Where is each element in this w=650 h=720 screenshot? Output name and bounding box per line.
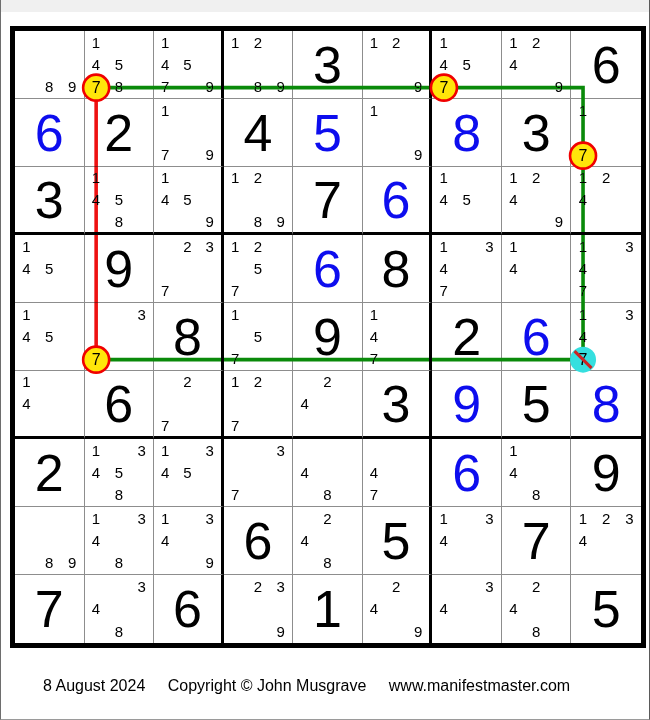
cell-r7c3[interactable]: 1345 xyxy=(154,439,224,507)
candidate-4: 4 xyxy=(85,529,108,551)
cell-r5c9[interactable]: 1347 xyxy=(571,303,641,371)
candidate-4: 4 xyxy=(293,393,316,415)
given-digit: 2 xyxy=(35,447,64,499)
candidate-1: 1 xyxy=(432,167,455,189)
candidate-5: 5 xyxy=(176,53,198,75)
given-digit: 4 xyxy=(243,107,272,159)
pencil-marks: 47 xyxy=(363,439,430,506)
given-digit: 6 xyxy=(243,515,272,567)
given-digit: 3 xyxy=(313,39,342,91)
candidate-2: 2 xyxy=(385,575,407,598)
pencil-marks: 14 xyxy=(502,235,571,302)
candidate-7: 7 xyxy=(85,348,108,370)
candidate-3: 3 xyxy=(130,575,153,598)
cell-r1c1[interactable]: 89 xyxy=(15,31,85,99)
cell-r4c5[interactable]: 6 xyxy=(293,235,363,303)
candidate-2: 2 xyxy=(247,575,270,598)
solved-digit: 6 xyxy=(382,174,411,226)
pencil-marks: 14578 xyxy=(85,31,154,98)
candidate-5: 5 xyxy=(107,461,130,483)
pencil-marks: 1459 xyxy=(154,167,221,232)
cell-r4c2[interactable]: 9 xyxy=(85,235,155,303)
solved-digit: 8 xyxy=(592,378,621,430)
cell-r3c1[interactable]: 3 xyxy=(15,167,85,235)
candidate-5: 5 xyxy=(247,325,270,347)
candidate-8: 8 xyxy=(38,552,61,574)
cell-r9c1[interactable]: 7 xyxy=(15,575,85,643)
candidate-4: 4 xyxy=(85,53,108,75)
pencil-marks: 24 xyxy=(293,371,362,436)
given-digit: 6 xyxy=(104,378,133,430)
pencil-marks: 89 xyxy=(15,507,84,574)
candidate-9: 9 xyxy=(198,76,220,98)
cell-r5c5[interactable]: 9 xyxy=(293,303,363,371)
candidate-5: 5 xyxy=(107,189,130,211)
candidate-9: 9 xyxy=(407,144,429,166)
pencil-marks: 37 xyxy=(224,439,293,506)
candidate-1: 1 xyxy=(154,507,176,529)
candidate-2: 2 xyxy=(247,371,270,393)
cell-r1c5[interactable]: 3 xyxy=(293,31,363,99)
candidate-7: 7 xyxy=(571,348,594,370)
candidate-4: 4 xyxy=(502,461,525,483)
candidate-4: 4 xyxy=(432,257,455,279)
candidate-1: 1 xyxy=(154,31,176,53)
candidate-8: 8 xyxy=(107,620,130,643)
given-digit: 7 xyxy=(35,583,64,635)
cell-r2c9[interactable]: 17 xyxy=(571,99,641,167)
cell-r5c2[interactable]: 37 xyxy=(85,303,155,371)
cell-r6c6[interactable]: 3 xyxy=(363,371,433,439)
candidate-4: 4 xyxy=(293,529,316,551)
given-digit: 3 xyxy=(35,174,64,226)
cell-r7c5[interactable]: 48 xyxy=(293,439,363,507)
pencil-marks: 1289 xyxy=(224,31,293,98)
solved-digit: 8 xyxy=(452,107,481,159)
cell-r4c3[interactable]: 237 xyxy=(154,235,224,303)
candidate-4: 4 xyxy=(85,461,108,483)
pencil-marks: 134 xyxy=(432,507,501,574)
pencil-marks: 1289 xyxy=(224,167,293,232)
candidate-2: 2 xyxy=(525,31,548,53)
candidate-4: 4 xyxy=(432,189,455,211)
pencil-marks: 148 xyxy=(502,439,571,506)
cell-r6c3[interactable]: 27 xyxy=(154,371,224,439)
candidate-4: 4 xyxy=(85,598,108,621)
candidate-3: 3 xyxy=(618,303,641,325)
given-digit: 5 xyxy=(382,515,411,567)
pencil-marks: 1458 xyxy=(85,167,154,232)
candidate-9: 9 xyxy=(269,210,292,232)
candidate-1: 1 xyxy=(502,167,525,189)
candidate-1: 1 xyxy=(571,235,594,257)
cell-r8c7[interactable]: 134 xyxy=(432,507,502,575)
cell-r8c1[interactable]: 89 xyxy=(15,507,85,575)
sudoku-grid: 8914578145791289312914571249662179451983… xyxy=(10,26,646,648)
candidate-9: 9 xyxy=(198,144,220,166)
candidate-2: 2 xyxy=(595,167,618,189)
candidate-1: 1 xyxy=(363,99,385,121)
candidate-4: 4 xyxy=(154,189,176,211)
cell-r3c9[interactable]: 124 xyxy=(571,167,641,235)
candidate-4: 4 xyxy=(502,53,525,75)
cell-r3c3[interactable]: 1459 xyxy=(154,167,224,235)
candidate-3: 3 xyxy=(478,507,501,529)
candidate-2: 2 xyxy=(247,235,270,257)
cell-r9c6[interactable]: 249 xyxy=(363,575,433,643)
cell-r4c9[interactable]: 1347 xyxy=(571,235,641,303)
cell-r7c6[interactable]: 47 xyxy=(363,439,433,507)
top-strip xyxy=(1,0,649,12)
candidate-4: 4 xyxy=(363,461,385,483)
footer-copyright: Copyright © John Musgrave xyxy=(168,677,367,694)
cell-r5c8[interactable]: 6 xyxy=(502,303,572,371)
pencil-marks: 34 xyxy=(432,575,501,643)
cell-r5c7[interactable]: 2 xyxy=(432,303,502,371)
cell-r7c7[interactable]: 6 xyxy=(432,439,502,507)
candidate-2: 2 xyxy=(595,507,618,529)
candidate-3: 3 xyxy=(198,439,220,461)
candidate-4: 4 xyxy=(363,325,385,347)
candidate-1: 1 xyxy=(363,31,385,53)
candidate-4: 4 xyxy=(432,53,455,75)
candidate-8: 8 xyxy=(316,552,339,574)
candidate-3: 3 xyxy=(478,575,501,598)
cell-r1c2[interactable]: 14578 xyxy=(85,31,155,99)
candidate-7: 7 xyxy=(154,76,176,98)
candidate-1: 1 xyxy=(85,31,108,53)
candidate-8: 8 xyxy=(38,76,61,98)
pencil-marks: 89 xyxy=(15,31,84,98)
candidate-7: 7 xyxy=(571,144,594,166)
pencil-marks: 1249 xyxy=(502,167,571,232)
candidate-7: 7 xyxy=(224,414,247,436)
pencil-marks: 147 xyxy=(363,303,430,370)
given-digit: 2 xyxy=(452,311,481,363)
solved-digit: 6 xyxy=(35,107,64,159)
candidate-7: 7 xyxy=(363,348,385,370)
candidate-8: 8 xyxy=(316,484,339,506)
pencil-marks: 249 xyxy=(363,575,430,643)
candidate-7: 7 xyxy=(85,76,108,98)
cell-r8c4[interactable]: 6 xyxy=(224,507,294,575)
candidate-1: 1 xyxy=(224,371,247,393)
candidate-1: 1 xyxy=(502,439,525,461)
footer-website[interactable]: www.manifestmaster.com xyxy=(389,677,570,694)
candidate-1: 1 xyxy=(154,167,176,189)
candidate-1: 1 xyxy=(224,31,247,53)
cell-r8c6[interactable]: 5 xyxy=(363,507,433,575)
given-digit: 5 xyxy=(592,583,621,635)
pencil-marks: 239 xyxy=(224,575,293,643)
candidate-3: 3 xyxy=(269,439,292,461)
candidate-4: 4 xyxy=(432,529,455,551)
cell-r5c6[interactable]: 147 xyxy=(363,303,433,371)
candidate-4: 4 xyxy=(154,461,176,483)
candidate-4: 4 xyxy=(571,529,594,551)
pencil-marks: 237 xyxy=(154,235,221,302)
cell-r3c8[interactable]: 1249 xyxy=(502,167,572,235)
pencil-marks: 127 xyxy=(224,371,293,436)
candidate-7: 7 xyxy=(154,414,176,436)
given-digit: 1 xyxy=(313,583,342,635)
candidate-1: 1 xyxy=(224,303,247,325)
pencil-marks: 1347 xyxy=(432,235,501,302)
cell-r7c9[interactable]: 9 xyxy=(571,439,641,507)
cell-r8c5[interactable]: 248 xyxy=(293,507,363,575)
candidate-9: 9 xyxy=(407,76,429,98)
candidate-5: 5 xyxy=(455,53,478,75)
candidate-5: 5 xyxy=(38,257,61,279)
footer: 8 August 2024 Copyright © John Musgrave … xyxy=(43,677,588,695)
pencil-marks: 1234 xyxy=(571,507,641,574)
pencil-marks: 145 xyxy=(15,303,84,370)
cell-r2c6[interactable]: 19 xyxy=(363,99,433,167)
candidate-4: 4 xyxy=(15,257,38,279)
pencil-marks: 129 xyxy=(363,31,430,98)
pencil-marks: 157 xyxy=(224,303,293,370)
cell-r3c7[interactable]: 145 xyxy=(432,167,502,235)
given-digit: 8 xyxy=(382,243,411,295)
pencil-marks: 248 xyxy=(293,507,362,574)
candidate-2: 2 xyxy=(176,371,198,393)
cell-r8c3[interactable]: 1349 xyxy=(154,507,224,575)
candidate-9: 9 xyxy=(61,552,84,574)
cell-r9c8[interactable]: 248 xyxy=(502,575,572,643)
cell-r7c1[interactable]: 2 xyxy=(15,439,85,507)
given-digit: 9 xyxy=(313,311,342,363)
cell-r2c5[interactable]: 5 xyxy=(293,99,363,167)
candidate-7: 7 xyxy=(571,280,594,302)
candidate-1: 1 xyxy=(15,235,38,257)
cell-r4c6[interactable]: 8 xyxy=(363,235,433,303)
pencil-marks: 1347 xyxy=(571,303,641,370)
cell-r2c3[interactable]: 179 xyxy=(154,99,224,167)
candidate-4: 4 xyxy=(571,257,594,279)
pencil-marks: 13458 xyxy=(85,439,154,506)
pencil-marks: 145 xyxy=(15,235,84,302)
candidate-5: 5 xyxy=(455,189,478,211)
candidate-8: 8 xyxy=(525,484,548,506)
pencil-marks: 248 xyxy=(502,575,571,643)
candidate-3: 3 xyxy=(269,575,292,598)
cell-r8c9[interactable]: 1234 xyxy=(571,507,641,575)
page-frame: 8914578145791289312914571249662179451983… xyxy=(0,0,650,720)
candidate-5: 5 xyxy=(38,325,61,347)
given-digit: 3 xyxy=(382,378,411,430)
cell-r1c7[interactable]: 1457 xyxy=(432,31,502,99)
cell-r7c2[interactable]: 13458 xyxy=(85,439,155,507)
candidate-1: 1 xyxy=(571,167,594,189)
candidate-1: 1 xyxy=(224,167,247,189)
pencil-marks: 17 xyxy=(571,99,641,166)
pencil-marks: 1457 xyxy=(432,31,501,98)
candidate-1: 1 xyxy=(15,303,38,325)
candidate-8: 8 xyxy=(247,76,270,98)
cell-r6c5[interactable]: 24 xyxy=(293,371,363,439)
footer-date: 8 August 2024 xyxy=(43,677,145,694)
pencil-marks: 14579 xyxy=(154,31,221,98)
given-digit: 2 xyxy=(104,107,133,159)
cell-r9c7[interactable]: 34 xyxy=(432,575,502,643)
candidate-3: 3 xyxy=(478,235,501,257)
candidate-4: 4 xyxy=(293,461,316,483)
candidate-7: 7 xyxy=(432,76,455,98)
candidate-4: 4 xyxy=(15,325,38,347)
cell-r2c7[interactable]: 8 xyxy=(432,99,502,167)
candidate-9: 9 xyxy=(548,76,571,98)
candidate-9: 9 xyxy=(548,210,571,232)
pencil-marks: 1349 xyxy=(154,507,221,574)
cell-r4c4[interactable]: 1257 xyxy=(224,235,294,303)
candidate-5: 5 xyxy=(107,53,130,75)
candidate-7: 7 xyxy=(154,144,176,166)
pencil-marks: 1348 xyxy=(85,507,154,574)
cell-r6c4[interactable]: 127 xyxy=(224,371,294,439)
candidate-2: 2 xyxy=(525,575,548,598)
cell-r3c5[interactable]: 7 xyxy=(293,167,363,235)
cell-r4c7[interactable]: 1347 xyxy=(432,235,502,303)
cell-r5c1[interactable]: 145 xyxy=(15,303,85,371)
candidate-1: 1 xyxy=(85,167,108,189)
candidate-8: 8 xyxy=(525,620,548,643)
candidate-1: 1 xyxy=(502,235,525,257)
candidate-2: 2 xyxy=(247,31,270,53)
cell-r6c8[interactable]: 5 xyxy=(502,371,572,439)
cell-r1c8[interactable]: 1249 xyxy=(502,31,572,99)
candidate-2: 2 xyxy=(525,167,548,189)
cell-r8c2[interactable]: 1348 xyxy=(85,507,155,575)
candidate-9: 9 xyxy=(269,76,292,98)
cell-r5c4[interactable]: 157 xyxy=(224,303,294,371)
given-digit: 7 xyxy=(522,515,551,567)
cell-r2c1[interactable]: 6 xyxy=(15,99,85,167)
candidate-1: 1 xyxy=(571,99,594,121)
pencil-marks: 1347 xyxy=(571,235,641,302)
cell-r3c2[interactable]: 1458 xyxy=(85,167,155,235)
cell-r2c8[interactable]: 3 xyxy=(502,99,572,167)
cell-r6c9[interactable]: 8 xyxy=(571,371,641,439)
candidate-9: 9 xyxy=(198,210,220,232)
candidate-1: 1 xyxy=(154,99,176,121)
candidate-3: 3 xyxy=(198,235,220,257)
cell-r9c2[interactable]: 348 xyxy=(85,575,155,643)
cell-r3c4[interactable]: 1289 xyxy=(224,167,294,235)
candidate-1: 1 xyxy=(571,507,594,529)
candidate-8: 8 xyxy=(247,210,270,232)
solved-digit: 6 xyxy=(452,447,481,499)
cell-r1c4[interactable]: 1289 xyxy=(224,31,294,99)
pencil-marks: 1345 xyxy=(154,439,221,506)
pencil-marks: 19 xyxy=(363,99,430,166)
candidate-1: 1 xyxy=(15,371,38,393)
candidate-1: 1 xyxy=(224,235,247,257)
pencil-marks: 48 xyxy=(293,439,362,506)
candidate-3: 3 xyxy=(618,507,641,529)
given-digit: 9 xyxy=(592,447,621,499)
pencil-marks: 37 xyxy=(85,303,154,370)
candidate-1: 1 xyxy=(85,439,108,461)
candidate-7: 7 xyxy=(154,280,176,302)
cell-r4c8[interactable]: 14 xyxy=(502,235,572,303)
cell-r9c4[interactable]: 239 xyxy=(224,575,294,643)
candidate-9: 9 xyxy=(269,620,292,643)
candidate-8: 8 xyxy=(107,76,130,98)
candidate-3: 3 xyxy=(130,439,153,461)
cell-r4c1[interactable]: 145 xyxy=(15,235,85,303)
candidate-1: 1 xyxy=(154,439,176,461)
given-digit: 6 xyxy=(592,39,621,91)
cell-r9c3[interactable]: 6 xyxy=(154,575,224,643)
candidate-4: 4 xyxy=(502,257,525,279)
candidate-4: 4 xyxy=(85,189,108,211)
candidate-1: 1 xyxy=(363,303,385,325)
cell-r8c8[interactable]: 7 xyxy=(502,507,572,575)
solved-digit: 6 xyxy=(522,311,551,363)
cell-r2c4[interactable]: 4 xyxy=(224,99,294,167)
candidate-2: 2 xyxy=(176,235,198,257)
cell-r2c2[interactable]: 2 xyxy=(85,99,155,167)
candidate-4: 4 xyxy=(432,598,455,621)
candidate-1: 1 xyxy=(432,507,455,529)
given-digit: 5 xyxy=(522,378,551,430)
pencil-marks: 145 xyxy=(432,167,501,232)
candidate-3: 3 xyxy=(130,303,153,325)
candidate-4: 4 xyxy=(15,393,38,415)
candidate-4: 4 xyxy=(363,598,385,621)
candidate-4: 4 xyxy=(571,189,594,211)
candidate-2: 2 xyxy=(385,31,407,53)
cell-r1c3[interactable]: 14579 xyxy=(154,31,224,99)
cell-r9c9[interactable]: 5 xyxy=(571,575,641,643)
candidate-5: 5 xyxy=(247,257,270,279)
candidate-1: 1 xyxy=(571,303,594,325)
given-digit: 7 xyxy=(313,174,342,226)
given-digit: 9 xyxy=(104,243,133,295)
candidate-8: 8 xyxy=(107,552,130,574)
given-digit: 6 xyxy=(173,583,202,635)
candidate-5: 5 xyxy=(176,189,198,211)
solved-digit: 5 xyxy=(313,107,342,159)
candidate-9: 9 xyxy=(198,552,220,574)
pencil-marks: 27 xyxy=(154,371,221,436)
candidate-4: 4 xyxy=(502,189,525,211)
candidate-2: 2 xyxy=(247,167,270,189)
candidate-2: 2 xyxy=(316,507,339,529)
given-digit: 8 xyxy=(173,311,202,363)
candidate-3: 3 xyxy=(130,507,153,529)
candidate-3: 3 xyxy=(198,507,220,529)
pencil-marks: 124 xyxy=(571,167,641,232)
cell-r9c5[interactable]: 1 xyxy=(293,575,363,643)
cell-r6c1[interactable]: 14 xyxy=(15,371,85,439)
cell-r3c6[interactable]: 6 xyxy=(363,167,433,235)
candidate-8: 8 xyxy=(107,484,130,506)
cell-r7c4[interactable]: 37 xyxy=(224,439,294,507)
candidate-3: 3 xyxy=(618,235,641,257)
candidate-7: 7 xyxy=(224,348,247,370)
cell-r6c2[interactable]: 6 xyxy=(85,371,155,439)
candidate-1: 1 xyxy=(502,31,525,53)
cell-r5c3[interactable]: 8 xyxy=(154,303,224,371)
pencil-marks: 179 xyxy=(154,99,221,166)
cell-r6c7[interactable]: 9 xyxy=(432,371,502,439)
cell-r1c9[interactable]: 6 xyxy=(571,31,641,99)
cell-r7c8[interactable]: 148 xyxy=(502,439,572,507)
candidate-1: 1 xyxy=(432,235,455,257)
candidate-7: 7 xyxy=(224,280,247,302)
cell-r1c6[interactable]: 129 xyxy=(363,31,433,99)
